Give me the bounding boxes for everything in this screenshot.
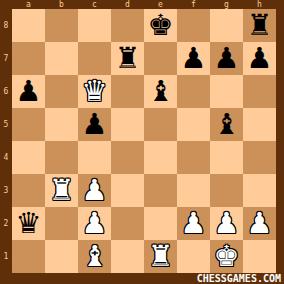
square-g6[interactable] (210, 75, 243, 108)
black-rook-h8[interactable]: ♜ (243, 9, 276, 42)
square-a6[interactable]: ♟ (12, 75, 45, 108)
white-king-g1[interactable]: ♚ (210, 240, 243, 273)
white-pawn-c2[interactable]: ♟ (78, 207, 111, 240)
square-e4[interactable] (144, 141, 177, 174)
square-d4[interactable] (111, 141, 144, 174)
square-f2[interactable]: ♟ (177, 207, 210, 240)
square-g4[interactable] (210, 141, 243, 174)
black-pawn-f7[interactable]: ♟ (177, 42, 210, 75)
square-b7[interactable] (45, 42, 78, 75)
rank-label-8: 8 (0, 9, 12, 42)
square-h6[interactable] (243, 75, 276, 108)
rank-label-6: 6 (0, 75, 12, 108)
square-c7[interactable] (78, 42, 111, 75)
square-b1[interactable] (45, 240, 78, 273)
square-h7[interactable]: ♟ (243, 42, 276, 75)
square-b4[interactable] (45, 141, 78, 174)
black-bishop-g5[interactable]: ♝ (210, 108, 243, 141)
black-pawn-g7[interactable]: ♟ (210, 42, 243, 75)
white-rook-b3[interactable]: ♜ (45, 174, 78, 207)
white-bishop-c1[interactable]: ♝ (78, 240, 111, 273)
square-g3[interactable] (210, 174, 243, 207)
file-label-g: g (210, 0, 243, 9)
rank-labels: 87654321 (0, 9, 12, 273)
square-e2[interactable] (144, 207, 177, 240)
square-c1[interactable]: ♝ (78, 240, 111, 273)
square-d8[interactable] (111, 9, 144, 42)
file-label-b: b (45, 0, 78, 9)
square-d1[interactable] (111, 240, 144, 273)
square-g1[interactable]: ♚ (210, 240, 243, 273)
square-f7[interactable]: ♟ (177, 42, 210, 75)
square-f4[interactable] (177, 141, 210, 174)
black-queen-a2[interactable]: ♛ (12, 207, 45, 240)
file-labels: abcdefgh (12, 0, 276, 9)
square-c8[interactable] (78, 9, 111, 42)
square-d2[interactable] (111, 207, 144, 240)
square-c4[interactable] (78, 141, 111, 174)
square-a5[interactable] (12, 108, 45, 141)
square-g8[interactable] (210, 9, 243, 42)
square-f1[interactable] (177, 240, 210, 273)
square-g2[interactable]: ♟ (210, 207, 243, 240)
watermark-text: CHESSGAMES.COM (197, 273, 281, 284)
rank-label-5: 5 (0, 108, 12, 141)
square-h5[interactable] (243, 108, 276, 141)
square-f3[interactable] (177, 174, 210, 207)
white-queen-c6[interactable]: ♛ (78, 75, 111, 108)
square-a8[interactable] (12, 9, 45, 42)
rank-label-1: 1 (0, 240, 12, 273)
square-h1[interactable] (243, 240, 276, 273)
black-pawn-h7[interactable]: ♟ (243, 42, 276, 75)
file-label-d: d (111, 0, 144, 9)
square-f8[interactable] (177, 9, 210, 42)
square-a1[interactable] (12, 240, 45, 273)
square-d3[interactable] (111, 174, 144, 207)
black-rook-d7[interactable]: ♜ (111, 42, 144, 75)
square-h3[interactable] (243, 174, 276, 207)
black-pawn-a6[interactable]: ♟ (12, 75, 45, 108)
square-c3[interactable]: ♟ (78, 174, 111, 207)
square-a4[interactable] (12, 141, 45, 174)
square-h2[interactable]: ♟ (243, 207, 276, 240)
square-e1[interactable]: ♜ (144, 240, 177, 273)
rank-label-4: 4 (0, 141, 12, 174)
white-pawn-c3[interactable]: ♟ (78, 174, 111, 207)
white-rook-e1[interactable]: ♜ (144, 240, 177, 273)
square-d7[interactable]: ♜ (111, 42, 144, 75)
square-b6[interactable] (45, 75, 78, 108)
rank-label-7: 7 (0, 42, 12, 75)
file-label-a: a (12, 0, 45, 9)
rank-label-2: 2 (0, 207, 12, 240)
square-c6[interactable]: ♛ (78, 75, 111, 108)
square-b8[interactable] (45, 9, 78, 42)
black-king-e8[interactable]: ♚ (144, 9, 177, 42)
square-c2[interactable]: ♟ (78, 207, 111, 240)
square-f6[interactable] (177, 75, 210, 108)
rank-label-3: 3 (0, 174, 12, 207)
file-label-f: f (177, 0, 210, 9)
square-f5[interactable] (177, 108, 210, 141)
file-label-c: c (78, 0, 111, 9)
white-pawn-f2[interactable]: ♟ (177, 207, 210, 240)
chess-board: ♚♜♜♟♟♟♟♛♝♟♝♜♟♛♟♟♟♟♝♜♚ (12, 9, 276, 273)
square-h8[interactable]: ♜ (243, 9, 276, 42)
square-c5[interactable]: ♟ (78, 108, 111, 141)
square-e7[interactable] (144, 42, 177, 75)
square-e5[interactable] (144, 108, 177, 141)
square-b3[interactable]: ♜ (45, 174, 78, 207)
square-g5[interactable]: ♝ (210, 108, 243, 141)
square-b2[interactable] (45, 207, 78, 240)
square-b5[interactable] (45, 108, 78, 141)
chess-diagram: abcdefgh 87654321 ♚♜♜♟♟♟♟♛♝♟♝♜♟♛♟♟♟♟♝♜♚ … (0, 0, 284, 284)
square-e6[interactable]: ♝ (144, 75, 177, 108)
square-a3[interactable] (12, 174, 45, 207)
square-h4[interactable] (243, 141, 276, 174)
square-e8[interactable]: ♚ (144, 9, 177, 42)
square-d5[interactable] (111, 108, 144, 141)
square-e3[interactable] (144, 174, 177, 207)
black-bishop-e6[interactable]: ♝ (144, 75, 177, 108)
white-pawn-g2[interactable]: ♟ (210, 207, 243, 240)
white-pawn-h2[interactable]: ♟ (243, 207, 276, 240)
black-pawn-c5[interactable]: ♟ (78, 108, 111, 141)
square-g7[interactable]: ♟ (210, 42, 243, 75)
square-a2[interactable]: ♛ (12, 207, 45, 240)
square-d6[interactable] (111, 75, 144, 108)
square-a7[interactable] (12, 42, 45, 75)
